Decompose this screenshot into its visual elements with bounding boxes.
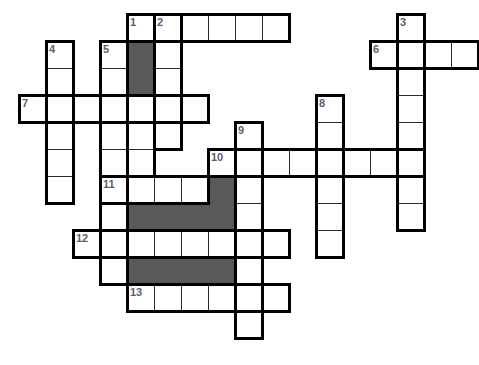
grid-cell[interactable] <box>316 203 344 231</box>
grid-cell[interactable] <box>181 14 209 42</box>
grid-cell[interactable] <box>208 230 236 258</box>
grid-cell[interactable] <box>46 68 74 96</box>
grid-cell[interactable] <box>397 41 425 69</box>
grid-cell[interactable] <box>46 41 74 69</box>
grid-cell[interactable] <box>424 41 452 69</box>
blocked-cell <box>208 176 236 204</box>
grid-cell[interactable] <box>154 230 182 258</box>
grid-cell[interactable] <box>181 95 209 123</box>
grid-cell[interactable] <box>235 230 263 258</box>
grid-cell[interactable] <box>154 95 182 123</box>
grid-cell[interactable] <box>181 284 209 312</box>
grid-cell[interactable] <box>46 149 74 177</box>
grid-cell[interactable] <box>127 284 155 312</box>
blocked-cell <box>208 257 236 285</box>
grid-cell[interactable] <box>316 95 344 123</box>
grid-cell[interactable] <box>289 149 317 177</box>
grid-cell[interactable] <box>397 176 425 204</box>
grid-cell[interactable] <box>127 176 155 204</box>
blocked-cell <box>154 203 182 231</box>
grid-cell[interactable] <box>316 149 344 177</box>
grid-cell[interactable] <box>397 122 425 150</box>
blocked-cell <box>127 203 155 231</box>
grid-cell[interactable] <box>235 122 263 150</box>
blocked-cell <box>181 203 209 231</box>
grid-cell[interactable] <box>154 41 182 69</box>
grid-cell[interactable] <box>397 14 425 42</box>
grid-cell[interactable] <box>46 122 74 150</box>
blocked-cell <box>181 257 209 285</box>
grid-cell[interactable] <box>127 122 155 150</box>
grid-cell[interactable] <box>316 176 344 204</box>
grid-cell[interactable] <box>208 284 236 312</box>
grid-cell[interactable] <box>127 149 155 177</box>
grid-cell[interactable] <box>154 284 182 312</box>
grid-cell[interactable] <box>235 284 263 312</box>
grid-cell[interactable] <box>397 68 425 96</box>
grid-cell[interactable] <box>262 284 290 312</box>
grid-cell[interactable] <box>46 176 74 204</box>
grid-cell[interactable] <box>100 230 128 258</box>
grid-cell[interactable] <box>127 230 155 258</box>
grid-cell[interactable] <box>19 95 47 123</box>
grid-cell[interactable] <box>73 230 101 258</box>
grid-cell[interactable] <box>262 14 290 42</box>
blocked-cell <box>154 257 182 285</box>
grid-cell[interactable] <box>73 95 101 123</box>
grid-cell[interactable] <box>235 149 263 177</box>
grid-cell[interactable] <box>262 230 290 258</box>
grid-cell[interactable] <box>154 122 182 150</box>
grid-cell[interactable] <box>235 311 263 339</box>
grid-cell[interactable] <box>235 176 263 204</box>
blocked-cell <box>127 41 155 69</box>
grid-cell[interactable] <box>127 14 155 42</box>
grid-cell[interactable] <box>127 95 155 123</box>
grid-cell[interactable] <box>100 95 128 123</box>
grid-cell[interactable] <box>235 14 263 42</box>
grid-cell[interactable] <box>370 149 398 177</box>
grid-cell[interactable] <box>100 149 128 177</box>
crossword-puzzle-canvas: 12345678910111213 <box>0 0 479 365</box>
grid-cell[interactable] <box>397 203 425 231</box>
grid-cell[interactable] <box>316 122 344 150</box>
grid-cell[interactable] <box>100 68 128 96</box>
grid-cell[interactable] <box>451 41 479 69</box>
grid-cell[interactable] <box>235 257 263 285</box>
grid-cell[interactable] <box>100 203 128 231</box>
grid-cell[interactable] <box>154 68 182 96</box>
blocked-cell <box>127 257 155 285</box>
blocked-cell <box>208 203 236 231</box>
grid-cell[interactable] <box>397 95 425 123</box>
grid-cell[interactable] <box>208 149 236 177</box>
grid-cell[interactable] <box>46 95 74 123</box>
grid-cell[interactable] <box>154 14 182 42</box>
grid-cell[interactable] <box>100 176 128 204</box>
grid-cell[interactable] <box>181 176 209 204</box>
grid-cell[interactable] <box>235 203 263 231</box>
grid-cell[interactable] <box>343 149 371 177</box>
grid-cell[interactable] <box>316 230 344 258</box>
grid-cell[interactable] <box>208 14 236 42</box>
grid-cell[interactable] <box>154 176 182 204</box>
blocked-cell <box>127 68 155 96</box>
grid-cell[interactable] <box>397 149 425 177</box>
grid-cell[interactable] <box>181 230 209 258</box>
grid-cell[interactable] <box>370 41 398 69</box>
grid-cell[interactable] <box>100 122 128 150</box>
grid-cell[interactable] <box>100 257 128 285</box>
grid-cell[interactable] <box>262 149 290 177</box>
grid-cell[interactable] <box>100 41 128 69</box>
bold-edge <box>153 148 156 178</box>
